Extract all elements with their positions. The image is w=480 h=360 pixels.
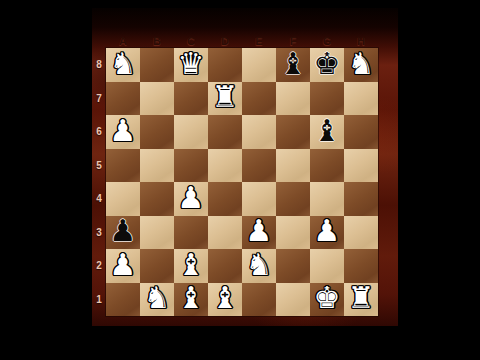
square-h2 — [344, 249, 378, 283]
square-a3: ♟ — [106, 216, 140, 250]
rank-label-8: 8 — [92, 48, 106, 82]
square-f7 — [276, 82, 310, 116]
white-pawn-piece: ♟ — [314, 216, 341, 246]
square-h1: ♜ — [344, 283, 378, 317]
square-d3 — [208, 216, 242, 250]
square-a8: ♞ — [106, 48, 140, 82]
black-king-piece: ♚ — [314, 49, 341, 79]
white-knight-piece: ♞ — [246, 250, 273, 280]
square-d1: ♝ — [208, 283, 242, 317]
white-pawn-piece: ♟ — [110, 250, 137, 280]
square-d5 — [208, 149, 242, 183]
white-pawn-piece: ♟ — [110, 116, 137, 146]
square-e7 — [242, 82, 276, 116]
square-g4 — [310, 182, 344, 216]
white-pawn-piece: ♟ — [178, 183, 205, 213]
square-f3 — [276, 216, 310, 250]
rank-labels: 8 7 6 5 4 3 2 1 — [92, 48, 106, 316]
white-rook-piece: ♜ — [212, 82, 239, 112]
square-d6 — [208, 115, 242, 149]
square-b1: ♞ — [140, 283, 174, 317]
white-bishop-piece: ♝ — [212, 283, 239, 313]
square-a4 — [106, 182, 140, 216]
rank-label-5: 5 — [92, 149, 106, 183]
square-c8: ♛ — [174, 48, 208, 82]
square-b8 — [140, 48, 174, 82]
square-g8: ♚ — [310, 48, 344, 82]
white-bishop-piece: ♝ — [178, 283, 205, 313]
rank-label-6: 6 — [92, 115, 106, 149]
square-e5 — [242, 149, 276, 183]
square-h4 — [344, 182, 378, 216]
square-a1 — [106, 283, 140, 317]
square-c7 — [174, 82, 208, 116]
square-e2: ♞ — [242, 249, 276, 283]
video-frame: A B C D E F G H 8 7 6 5 4 3 2 1 ♞♛♝♚♞♜♟♝… — [92, 8, 398, 326]
rank-label-2: 2 — [92, 249, 106, 283]
white-knight-piece: ♞ — [144, 283, 171, 313]
black-pawn-piece: ♟ — [110, 216, 137, 246]
black-bishop-piece: ♝ — [314, 116, 341, 146]
square-a2: ♟ — [106, 249, 140, 283]
white-knight-piece: ♞ — [110, 49, 137, 79]
square-b7 — [140, 82, 174, 116]
square-e8 — [242, 48, 276, 82]
square-c5 — [174, 149, 208, 183]
square-c6 — [174, 115, 208, 149]
file-label-e: E — [242, 34, 276, 48]
square-c1: ♝ — [174, 283, 208, 317]
rank-label-1: 1 — [92, 283, 106, 317]
square-g3: ♟ — [310, 216, 344, 250]
square-g2 — [310, 249, 344, 283]
chess-board: ♞♛♝♚♞♜♟♝♟♟♟♟♟♝♞♞♝♝♚♜ — [106, 48, 378, 316]
square-c3 — [174, 216, 208, 250]
square-b3 — [140, 216, 174, 250]
square-e1 — [242, 283, 276, 317]
square-c4: ♟ — [174, 182, 208, 216]
square-f2 — [276, 249, 310, 283]
white-knight-piece: ♞ — [348, 49, 375, 79]
black-bishop-piece: ♝ — [280, 49, 307, 79]
square-h6 — [344, 115, 378, 149]
square-f5 — [276, 149, 310, 183]
square-b2 — [140, 249, 174, 283]
square-a6: ♟ — [106, 115, 140, 149]
square-b5 — [140, 149, 174, 183]
square-f4 — [276, 182, 310, 216]
square-e6 — [242, 115, 276, 149]
square-g7 — [310, 82, 344, 116]
square-g6: ♝ — [310, 115, 344, 149]
square-e3: ♟ — [242, 216, 276, 250]
white-king-piece: ♚ — [314, 283, 341, 313]
square-b4 — [140, 182, 174, 216]
square-f8: ♝ — [276, 48, 310, 82]
square-d7: ♜ — [208, 82, 242, 116]
square-a7 — [106, 82, 140, 116]
file-label-d: D — [208, 34, 242, 48]
file-label-b: B — [140, 34, 174, 48]
square-h5 — [344, 149, 378, 183]
square-d8 — [208, 48, 242, 82]
white-pawn-piece: ♟ — [246, 216, 273, 246]
white-bishop-piece: ♝ — [178, 250, 205, 280]
square-h8: ♞ — [344, 48, 378, 82]
square-g1: ♚ — [310, 283, 344, 317]
square-h3 — [344, 216, 378, 250]
square-f6 — [276, 115, 310, 149]
square-d4 — [208, 182, 242, 216]
rank-label-7: 7 — [92, 82, 106, 116]
square-h7 — [344, 82, 378, 116]
rank-label-4: 4 — [92, 182, 106, 216]
white-rook-piece: ♜ — [348, 283, 375, 313]
white-queen-piece: ♛ — [178, 49, 205, 79]
square-e4 — [242, 182, 276, 216]
square-d2 — [208, 249, 242, 283]
square-g5 — [310, 149, 344, 183]
square-b6 — [140, 115, 174, 149]
square-a5 — [106, 149, 140, 183]
rank-label-3: 3 — [92, 216, 106, 250]
square-f1 — [276, 283, 310, 317]
square-c2: ♝ — [174, 249, 208, 283]
